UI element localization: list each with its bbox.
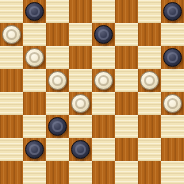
- board: [0, 0, 184, 184]
- square-b3: [23, 115, 46, 138]
- square-h8[interactable]: [161, 0, 184, 23]
- square-g8: [138, 0, 161, 23]
- square-g3[interactable]: [138, 115, 161, 138]
- square-g7[interactable]: [138, 23, 161, 46]
- square-h7: [161, 23, 184, 46]
- square-b6[interactable]: [23, 46, 46, 69]
- square-b2[interactable]: [23, 138, 46, 161]
- square-d1: [69, 161, 92, 184]
- square-g6: [138, 46, 161, 69]
- white-man[interactable]: [2, 25, 21, 44]
- square-d8[interactable]: [69, 0, 92, 23]
- black-man[interactable]: [25, 2, 44, 21]
- square-h1: [161, 161, 184, 184]
- square-d4[interactable]: [69, 92, 92, 115]
- square-h5: [161, 69, 184, 92]
- white-man[interactable]: [48, 71, 67, 90]
- square-a4: [0, 92, 23, 115]
- square-h4[interactable]: [161, 92, 184, 115]
- square-b5: [23, 69, 46, 92]
- square-b7: [23, 23, 46, 46]
- square-c7[interactable]: [46, 23, 69, 46]
- square-e6: [92, 46, 115, 69]
- square-g4: [138, 92, 161, 115]
- square-c6: [46, 46, 69, 69]
- square-f4[interactable]: [115, 92, 138, 115]
- square-a5[interactable]: [0, 69, 23, 92]
- square-f3: [115, 115, 138, 138]
- square-e2: [92, 138, 115, 161]
- square-c1[interactable]: [46, 161, 69, 184]
- square-f7: [115, 23, 138, 46]
- white-man[interactable]: [140, 71, 159, 90]
- square-f5: [115, 69, 138, 92]
- black-man[interactable]: [163, 48, 182, 67]
- square-f1: [115, 161, 138, 184]
- square-c8: [46, 0, 69, 23]
- square-d7: [69, 23, 92, 46]
- square-e5[interactable]: [92, 69, 115, 92]
- square-b1: [23, 161, 46, 184]
- square-a8: [0, 0, 23, 23]
- black-man[interactable]: [94, 25, 113, 44]
- square-c2: [46, 138, 69, 161]
- square-f8[interactable]: [115, 0, 138, 23]
- square-f6[interactable]: [115, 46, 138, 69]
- square-e7[interactable]: [92, 23, 115, 46]
- square-h2[interactable]: [161, 138, 184, 161]
- square-b4[interactable]: [23, 92, 46, 115]
- white-man[interactable]: [163, 94, 182, 113]
- square-d2[interactable]: [69, 138, 92, 161]
- black-man[interactable]: [25, 140, 44, 159]
- white-man[interactable]: [25, 48, 44, 67]
- square-a3[interactable]: [0, 115, 23, 138]
- square-a7[interactable]: [0, 23, 23, 46]
- square-f2[interactable]: [115, 138, 138, 161]
- square-g1[interactable]: [138, 161, 161, 184]
- square-h6[interactable]: [161, 46, 184, 69]
- square-h3: [161, 115, 184, 138]
- square-a6: [0, 46, 23, 69]
- black-man[interactable]: [163, 2, 182, 21]
- square-c4: [46, 92, 69, 115]
- square-e1[interactable]: [92, 161, 115, 184]
- black-man[interactable]: [48, 117, 67, 136]
- square-e8: [92, 0, 115, 23]
- white-man[interactable]: [94, 71, 113, 90]
- square-d3: [69, 115, 92, 138]
- square-d5: [69, 69, 92, 92]
- square-c3[interactable]: [46, 115, 69, 138]
- square-g2: [138, 138, 161, 161]
- square-g5[interactable]: [138, 69, 161, 92]
- white-man[interactable]: [71, 94, 90, 113]
- square-e4: [92, 92, 115, 115]
- square-d6[interactable]: [69, 46, 92, 69]
- square-b8[interactable]: [23, 0, 46, 23]
- black-man[interactable]: [71, 140, 90, 159]
- square-a1[interactable]: [0, 161, 23, 184]
- square-a2: [0, 138, 23, 161]
- square-c5[interactable]: [46, 69, 69, 92]
- square-e3[interactable]: [92, 115, 115, 138]
